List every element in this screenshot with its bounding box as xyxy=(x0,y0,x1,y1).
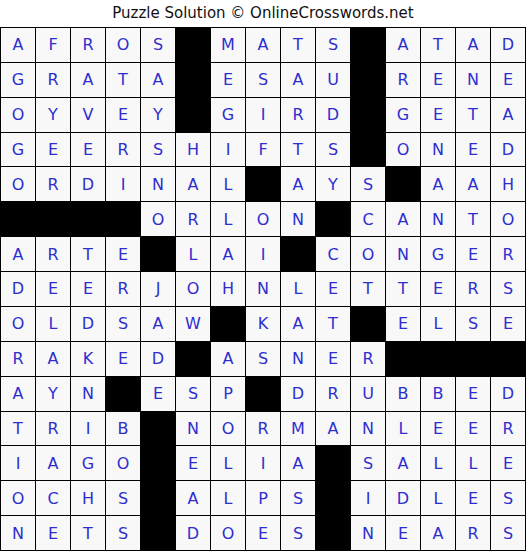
grid-cell-r11c12: B xyxy=(386,377,420,411)
grid-cell-r6c6: R xyxy=(176,202,210,236)
cell-letter: A xyxy=(293,454,304,473)
grid-cell-r3c4: E xyxy=(106,98,140,132)
grid-cell-r8c12: T xyxy=(386,272,420,306)
grid-cell-r8c11: T xyxy=(351,272,385,306)
cell-letter: R xyxy=(117,140,128,159)
cell-letter: E xyxy=(83,279,93,298)
cell-letter: N xyxy=(362,419,374,438)
grid-cell-r9c12: E xyxy=(386,307,420,341)
cell-letter: N xyxy=(152,175,164,194)
cell-letter: S xyxy=(363,175,373,194)
cell-letter: D xyxy=(502,384,514,403)
black-cell-r9c7 xyxy=(211,307,245,341)
grid-cell-r15c1: N xyxy=(1,516,35,550)
cell-letter: R xyxy=(397,70,408,89)
grid-cell-r2c15: E xyxy=(491,63,525,97)
grid-cell-r2c3: A xyxy=(71,63,105,97)
black-cell-r12c5 xyxy=(141,412,175,446)
cell-letter: A xyxy=(223,245,234,264)
cell-letter: H xyxy=(502,175,514,194)
cell-letter: E xyxy=(398,524,408,543)
grid-cell-r14c13: L xyxy=(421,481,455,515)
cell-letter: N xyxy=(467,70,479,89)
grid-cell-r12c3: I xyxy=(71,412,105,446)
cell-letter: S xyxy=(503,279,513,298)
cell-letter: A xyxy=(13,35,24,54)
cell-letter: P xyxy=(223,384,233,403)
cell-letter: W xyxy=(185,314,201,333)
cell-letter: O xyxy=(152,210,165,229)
grid-cell-r10c8: S xyxy=(246,342,280,376)
cell-letter: A xyxy=(433,175,444,194)
grid-cell-r8c5: J xyxy=(141,272,175,306)
black-cell-r15c5 xyxy=(141,516,175,550)
cell-letter: G xyxy=(397,105,409,124)
cell-letter: F xyxy=(48,35,57,54)
grid-cell-r5c4: I xyxy=(106,167,140,201)
cell-letter: V xyxy=(83,105,94,124)
cell-letter: B xyxy=(118,419,129,438)
black-cell-r13c5 xyxy=(141,446,175,480)
grid-cell-r8c10: E xyxy=(316,272,350,306)
grid-cell-r14c12: D xyxy=(386,481,420,515)
grid-cell-r6c9: N xyxy=(281,202,315,236)
cell-letter: A xyxy=(83,70,94,89)
grid-cell-r9c3: D xyxy=(71,307,105,341)
grid-cell-r12c11: N xyxy=(351,412,385,446)
grid-cell-r10c1: R xyxy=(1,342,35,376)
cell-letter: E xyxy=(48,140,58,159)
grid-cell-r12c8: R xyxy=(246,412,280,446)
cell-letter: A xyxy=(153,314,164,333)
cell-letter: A xyxy=(293,175,304,194)
cell-letter: N xyxy=(432,140,444,159)
cell-letter: Y xyxy=(48,105,58,124)
grid-cell-r5c1: O xyxy=(1,167,35,201)
grid-cell-r4c8: F xyxy=(246,133,280,167)
grid-cell-r12c4: B xyxy=(106,412,140,446)
cell-letter: S xyxy=(118,489,128,508)
cell-letter: R xyxy=(117,279,128,298)
cell-letter: E xyxy=(118,105,128,124)
grid-cell-r11c9: D xyxy=(281,377,315,411)
grid-cell-r13c11: S xyxy=(351,446,385,480)
grid-cell-r6c15: O xyxy=(491,202,525,236)
cell-letter: N xyxy=(292,210,304,229)
cell-letter: A xyxy=(48,454,59,473)
grid-cell-r10c2: A xyxy=(36,342,70,376)
grid-cell-r9c6: W xyxy=(176,307,210,341)
cell-letter: D xyxy=(397,489,409,508)
grid-cell-r2c8: S xyxy=(246,63,280,97)
grid-cell-r14c14: E xyxy=(456,481,490,515)
grid-cell-r6c11: C xyxy=(351,202,385,236)
cell-letter: E xyxy=(433,419,443,438)
grid-cell-r13c4: O xyxy=(106,446,140,480)
cell-letter: F xyxy=(258,140,267,159)
cell-letter: R xyxy=(47,175,58,194)
grid-cell-r13c14: L xyxy=(456,446,490,480)
cell-letter: O xyxy=(362,245,375,264)
black-cell-r11c8 xyxy=(246,377,280,411)
cell-letter: L xyxy=(224,454,233,473)
cell-letter: O xyxy=(12,314,25,333)
cell-letter: E xyxy=(503,454,513,473)
grid-cell-r8c13: E xyxy=(421,272,455,306)
grid-cell-r7c8: I xyxy=(246,237,280,271)
grid-cell-r6c13: N xyxy=(421,202,455,236)
cell-letter: B xyxy=(433,384,444,403)
grid-cell-r15c14: R xyxy=(456,516,490,550)
cell-letter: N xyxy=(397,245,409,264)
grid-cell-r11c3: N xyxy=(71,377,105,411)
black-cell-r1c11 xyxy=(351,28,385,62)
cell-letter: E xyxy=(83,140,93,159)
grid-cell-r7c10: C xyxy=(316,237,350,271)
cell-letter: I xyxy=(121,175,126,194)
grid-cell-r12c7: O xyxy=(211,412,245,446)
cell-letter: L xyxy=(189,245,198,264)
cell-letter: K xyxy=(258,314,269,333)
grid-cell-r11c7: P xyxy=(211,377,245,411)
cell-letter: A xyxy=(223,349,234,368)
grid-cell-r11c2: Y xyxy=(36,377,70,411)
grid-cell-r11c15: D xyxy=(491,377,525,411)
grid-cell-r7c13: G xyxy=(421,237,455,271)
crossword-grid: AFROSMATSATADGRATAESAURENEOYVEYGIRDGETAG… xyxy=(0,27,526,551)
grid-cell-r5c10: Y xyxy=(316,167,350,201)
grid-cell-r8c9: L xyxy=(281,272,315,306)
grid-cell-r1c9: T xyxy=(281,28,315,62)
cell-letter: H xyxy=(82,489,94,508)
grid-cell-r15c11: N xyxy=(351,516,385,550)
cell-letter: N xyxy=(292,349,304,368)
grid-cell-r14c3: H xyxy=(71,481,105,515)
black-cell-r10c15 xyxy=(491,342,525,376)
grid-cell-r7c6: L xyxy=(176,237,210,271)
grid-cell-r8c6: O xyxy=(176,272,210,306)
black-cell-r13c10 xyxy=(316,446,350,480)
grid-cell-r1c10: S xyxy=(316,28,350,62)
grid-cell-r10c10: E xyxy=(316,342,350,376)
cell-letter: N xyxy=(12,524,24,543)
cell-letter: I xyxy=(261,105,266,124)
grid-cell-r1c1: A xyxy=(1,28,35,62)
cell-letter: D xyxy=(327,105,339,124)
cell-letter: R xyxy=(502,245,513,264)
cell-letter: A xyxy=(468,175,479,194)
grid-cell-r5c13: A xyxy=(421,167,455,201)
grid-cell-r2c10: U xyxy=(316,63,350,97)
grid-cell-r13c9: A xyxy=(281,446,315,480)
black-cell-r14c5 xyxy=(141,481,175,515)
cell-letter: E xyxy=(48,524,58,543)
cell-letter: R xyxy=(467,524,478,543)
grid-cell-r4c4: R xyxy=(106,133,140,167)
cell-letter: R xyxy=(47,245,58,264)
grid-cell-r14c2: C xyxy=(36,481,70,515)
cell-letter: O xyxy=(502,210,515,229)
grid-cell-r5c15: H xyxy=(491,167,525,201)
grid-cell-r14c15: S xyxy=(491,481,525,515)
cell-letter: E xyxy=(223,70,233,89)
grid-cell-r2c1: G xyxy=(1,63,35,97)
cell-letter: D xyxy=(187,524,199,543)
grid-cell-r7c7: A xyxy=(211,237,245,271)
cell-letter: H xyxy=(187,140,199,159)
cell-letter: N xyxy=(432,210,444,229)
cell-letter: O xyxy=(397,140,410,159)
cell-letter: E xyxy=(433,279,443,298)
cell-letter: O xyxy=(12,175,25,194)
grid-cell-r1c14: A xyxy=(456,28,490,62)
cell-letter: D xyxy=(82,175,94,194)
grid-cell-r8c14: R xyxy=(456,272,490,306)
grid-cell-r10c5: D xyxy=(141,342,175,376)
cell-letter: S xyxy=(258,349,268,368)
cell-letter: E xyxy=(468,245,478,264)
grid-cell-r2c12: R xyxy=(386,63,420,97)
cell-letter: A xyxy=(468,35,479,54)
cell-letter: G xyxy=(82,454,94,473)
grid-cell-r4c6: H xyxy=(176,133,210,167)
grid-cell-r8c8: N xyxy=(246,272,280,306)
cell-letter: C xyxy=(362,210,373,229)
grid-cell-r1c2: F xyxy=(36,28,70,62)
grid-cell-r4c1: G xyxy=(1,133,35,167)
black-cell-r6c1 xyxy=(1,202,35,236)
grid-cell-r9c10: T xyxy=(316,307,350,341)
grid-cell-r12c1: T xyxy=(1,412,35,446)
black-cell-r9c11 xyxy=(351,307,385,341)
grid-cell-r9c1: O xyxy=(1,307,35,341)
grid-cell-r2c13: E xyxy=(421,63,455,97)
grid-cell-r14c1: O xyxy=(1,481,35,515)
grid-cell-r3c15: A xyxy=(491,98,525,132)
grid-cell-r10c9: N xyxy=(281,342,315,376)
grid-cell-r12c14: E xyxy=(456,412,490,446)
cell-letter: L xyxy=(399,419,408,438)
grid-cell-r4c3: E xyxy=(71,133,105,167)
grid-cell-r3c9: R xyxy=(281,98,315,132)
cell-letter: N xyxy=(187,419,199,438)
cell-letter: M xyxy=(221,35,235,54)
cell-letter: A xyxy=(398,210,409,229)
cell-letter: D xyxy=(292,384,304,403)
black-cell-r5c12 xyxy=(386,167,420,201)
cell-letter: R xyxy=(502,419,513,438)
grid-cell-r4c13: N xyxy=(421,133,455,167)
cell-letter: S xyxy=(153,35,163,54)
black-cell-r1c6 xyxy=(176,28,210,62)
grid-cell-r11c1: A xyxy=(1,377,35,411)
grid-cell-r6c5: O xyxy=(141,202,175,236)
cell-letter: E xyxy=(468,140,478,159)
grid-cell-r1c4: O xyxy=(106,28,140,62)
cell-letter: L xyxy=(469,454,478,473)
cell-letter: E xyxy=(118,349,128,368)
grid-cell-r11c11: U xyxy=(351,377,385,411)
grid-cell-r6c7: L xyxy=(211,202,245,236)
grid-cell-r6c14: T xyxy=(456,202,490,236)
grid-cell-r3c1: O xyxy=(1,98,35,132)
grid-cell-r6c12: A xyxy=(386,202,420,236)
grid-cell-r14c9: S xyxy=(281,481,315,515)
grid-cell-r3c7: G xyxy=(211,98,245,132)
grid-cell-r12c2: R xyxy=(36,412,70,446)
black-cell-r11c4 xyxy=(106,377,140,411)
cell-letter: A xyxy=(188,175,199,194)
cell-letter: E xyxy=(468,384,478,403)
grid-cell-r4c9: T xyxy=(281,133,315,167)
cell-letter: C xyxy=(327,245,338,264)
grid-cell-r13c15: E xyxy=(491,446,525,480)
black-cell-r10c12 xyxy=(386,342,420,376)
grid-cell-r4c7: I xyxy=(211,133,245,167)
grid-cell-r12c15: R xyxy=(491,412,525,446)
cell-letter: R xyxy=(362,349,373,368)
cell-letter: R xyxy=(187,210,198,229)
cell-letter: U xyxy=(362,384,374,403)
cell-letter: R xyxy=(257,419,268,438)
grid-cell-r9c8: K xyxy=(246,307,280,341)
grid-cell-r2c7: E xyxy=(211,63,245,97)
grid-cell-r15c13: A xyxy=(421,516,455,550)
grid-cell-r3c13: E xyxy=(421,98,455,132)
grid-cell-r4c12: O xyxy=(386,133,420,167)
cell-letter: T xyxy=(398,279,408,298)
cell-letter: S xyxy=(258,70,268,89)
grid-cell-r3c2: Y xyxy=(36,98,70,132)
page-title: Puzzle Solution © OnlineCrosswords.net xyxy=(0,0,526,27)
grid-cell-r15c8: E xyxy=(246,516,280,550)
cell-letter: Y xyxy=(48,384,58,403)
cell-letter: O xyxy=(117,454,130,473)
black-cell-r6c4 xyxy=(106,202,140,236)
grid-cell-r2c14: N xyxy=(456,63,490,97)
grid-cell-r11c6: S xyxy=(176,377,210,411)
grid-cell-r10c3: K xyxy=(71,342,105,376)
grid-cell-r3c5: Y xyxy=(141,98,175,132)
cell-letter: B xyxy=(398,384,409,403)
cell-letter: E xyxy=(503,314,513,333)
grid-cell-r2c9: A xyxy=(281,63,315,97)
grid-cell-r13c3: G xyxy=(71,446,105,480)
grid-cell-r4c14: E xyxy=(456,133,490,167)
grid-cell-r5c14: A xyxy=(456,167,490,201)
cell-letter: E xyxy=(468,489,478,508)
grid-cell-r14c7: L xyxy=(211,481,245,515)
grid-cell-r5c7: L xyxy=(211,167,245,201)
grid-cell-r7c3: T xyxy=(71,237,105,271)
grid-cell-r4c2: E xyxy=(36,133,70,167)
grid-cell-r13c12: A xyxy=(386,446,420,480)
cell-letter: I xyxy=(226,140,231,159)
cell-letter: N xyxy=(257,279,269,298)
grid-cell-r9c4: S xyxy=(106,307,140,341)
grid-cell-r14c6: A xyxy=(176,481,210,515)
cell-letter: G xyxy=(222,105,234,124)
grid-cell-r4c10: S xyxy=(316,133,350,167)
cell-letter: S xyxy=(468,314,478,333)
cell-letter: A xyxy=(433,524,444,543)
cell-letter: A xyxy=(293,70,304,89)
cell-letter: S xyxy=(293,524,303,543)
cell-letter: L xyxy=(49,314,58,333)
grid-cell-r3c8: I xyxy=(246,98,280,132)
cell-letter: T xyxy=(83,245,93,264)
grid-cell-r5c5: N xyxy=(141,167,175,201)
grid-cell-r14c11: I xyxy=(351,481,385,515)
cell-letter: D xyxy=(502,35,514,54)
grid-cell-r11c10: R xyxy=(316,377,350,411)
black-cell-r10c13 xyxy=(421,342,455,376)
grid-cell-r1c3: R xyxy=(71,28,105,62)
grid-cell-r12c6: N xyxy=(176,412,210,446)
cell-letter: E xyxy=(468,419,478,438)
cell-letter: S xyxy=(503,524,513,543)
grid-cell-r11c5: E xyxy=(141,377,175,411)
grid-cell-r7c14: E xyxy=(456,237,490,271)
grid-cell-r15c6: D xyxy=(176,516,210,550)
black-cell-r2c6 xyxy=(176,63,210,97)
cell-letter: S xyxy=(328,140,338,159)
grid-cell-r11c13: B xyxy=(421,377,455,411)
cell-letter: I xyxy=(261,245,266,264)
black-cell-r6c3 xyxy=(71,202,105,236)
grid-cell-r8c2: E xyxy=(36,272,70,306)
cell-letter: U xyxy=(327,70,339,89)
grid-cell-r9c9: A xyxy=(281,307,315,341)
cell-letter: E xyxy=(433,70,443,89)
grid-cell-r12c10: A xyxy=(316,412,350,446)
cell-letter: O xyxy=(222,524,235,543)
cell-letter: R xyxy=(292,105,303,124)
cell-letter: D xyxy=(82,314,94,333)
cell-letter: T xyxy=(468,210,478,229)
grid-cell-r13c6: E xyxy=(176,446,210,480)
cell-letter: A xyxy=(503,105,514,124)
cell-letter: E xyxy=(153,384,163,403)
grid-cell-r9c15: E xyxy=(491,307,525,341)
cell-letter: S xyxy=(293,489,303,508)
grid-cell-r7c4: E xyxy=(106,237,140,271)
cell-letter: L xyxy=(434,454,443,473)
grid-cell-r11c14: E xyxy=(456,377,490,411)
cell-letter: S xyxy=(188,384,198,403)
cell-letter: Y xyxy=(328,175,338,194)
cell-letter: P xyxy=(258,489,268,508)
cell-letter: H xyxy=(222,279,234,298)
grid-cell-r14c8: P xyxy=(246,481,280,515)
cell-letter: A xyxy=(13,245,24,264)
grid-cell-r13c2: A xyxy=(36,446,70,480)
cell-letter: S xyxy=(328,35,338,54)
grid-cell-r8c4: R xyxy=(106,272,140,306)
cell-letter: L xyxy=(224,210,233,229)
cell-letter: C xyxy=(47,489,58,508)
cell-letter: T xyxy=(328,314,338,333)
cell-letter: R xyxy=(47,419,58,438)
grid-cell-r9c5: A xyxy=(141,307,175,341)
grid-cell-r7c11: O xyxy=(351,237,385,271)
grid-cell-r1c12: A xyxy=(386,28,420,62)
cell-letter: E xyxy=(433,105,443,124)
cell-letter: S xyxy=(118,524,128,543)
cell-letter: E xyxy=(328,349,338,368)
cell-letter: L xyxy=(434,314,443,333)
cell-letter: E xyxy=(503,70,513,89)
